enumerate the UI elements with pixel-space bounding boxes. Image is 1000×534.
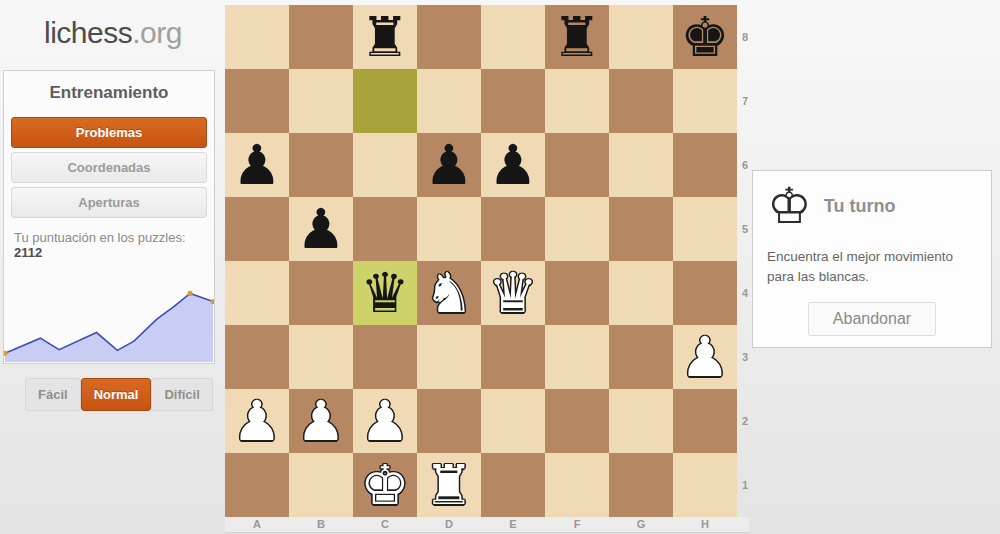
square-a6[interactable]: ♟ — [225, 133, 289, 197]
square-d1[interactable]: ♜ — [417, 453, 481, 517]
square-d7[interactable] — [417, 69, 481, 133]
board-area: ♜♜♚♟♟♟♟♛♞♛♟♟♟♟♚♜ — [225, 5, 737, 517]
square-d3[interactable] — [417, 325, 481, 389]
turn-title: Tu turno — [824, 196, 896, 217]
training-nav: Problemas Coordenadas Aperturas — [11, 117, 207, 218]
black-rook-f8[interactable]: ♜ — [545, 5, 609, 69]
training-panel: Entrenamiento Problemas Coordenadas Aper… — [3, 70, 215, 364]
square-g2[interactable] — [609, 389, 673, 453]
file-labels: A B C D E F G H — [225, 517, 749, 533]
square-g6[interactable] — [609, 133, 673, 197]
square-b2[interactable]: ♟ — [289, 389, 353, 453]
square-g8[interactable] — [609, 5, 673, 69]
abandon-row: Abandonar — [753, 302, 991, 336]
square-b1[interactable] — [289, 453, 353, 517]
square-d4[interactable]: ♞ — [417, 261, 481, 325]
square-d2[interactable] — [417, 389, 481, 453]
rank-label: 6 — [737, 133, 753, 197]
file-label: F — [545, 517, 609, 532]
file-label: B — [289, 517, 353, 532]
difficulty-control: Fácil Normal Difícil — [25, 378, 213, 411]
square-g4[interactable] — [609, 261, 673, 325]
square-h7[interactable] — [673, 69, 737, 133]
rank-label: 2 — [737, 389, 753, 453]
square-b5[interactable]: ♟ — [289, 197, 353, 261]
square-c7[interactable] — [353, 69, 417, 133]
square-c3[interactable] — [353, 325, 417, 389]
white-pawn-a2[interactable]: ♟ — [225, 389, 289, 453]
difficulty-dificil-button[interactable]: Difícil — [151, 378, 212, 411]
file-label: E — [481, 517, 545, 532]
file-label: A — [225, 517, 289, 532]
white-pawn-b2[interactable]: ♟ — [289, 389, 353, 453]
file-label: G — [609, 517, 673, 532]
difficulty-facil-button[interactable]: Fácil — [25, 378, 81, 411]
rank-label: 7 — [737, 69, 753, 133]
rank-label: 4 — [737, 261, 753, 325]
square-e6[interactable]: ♟ — [481, 133, 545, 197]
square-a8[interactable] — [225, 5, 289, 69]
abandon-button[interactable]: Abandonar — [808, 302, 936, 336]
puzzle-score-line: Tu puntuación en los puzzles: 2112 — [14, 230, 214, 260]
square-e3[interactable] — [481, 325, 545, 389]
file-label: C — [353, 517, 417, 532]
logo-brand: lichess — [44, 16, 132, 49]
square-h1[interactable] — [673, 453, 737, 517]
black-pawn-b5[interactable]: ♟ — [289, 197, 353, 261]
square-d8[interactable] — [417, 5, 481, 69]
square-f5[interactable] — [545, 197, 609, 261]
square-e8[interactable] — [481, 5, 545, 69]
rank-labels: 8 7 6 5 4 3 2 1 — [737, 5, 753, 517]
turn-panel: ♔ Tu turno Encuentra el mejor movimiento… — [752, 170, 992, 348]
black-pawn-e6[interactable]: ♟ — [481, 133, 545, 197]
lichess-logo[interactable]: lichess.org — [44, 16, 182, 50]
square-a7[interactable] — [225, 69, 289, 133]
square-g1[interactable] — [609, 453, 673, 517]
square-h8[interactable]: ♚ — [673, 5, 737, 69]
white-rook-d1[interactable]: ♜ — [417, 453, 481, 517]
puzzle-score-value: 2112 — [14, 245, 42, 260]
instruction-text: Encuentra el mejor movimiento para las b… — [767, 247, 979, 288]
square-d5[interactable] — [417, 197, 481, 261]
square-a3[interactable] — [225, 325, 289, 389]
square-f3[interactable] — [545, 325, 609, 389]
chess-board: ♜♜♚♟♟♟♟♛♞♛♟♟♟♟♚♜ — [225, 5, 737, 517]
white-queen-e4[interactable]: ♛ — [481, 261, 545, 325]
square-e7[interactable] — [481, 69, 545, 133]
square-h3[interactable]: ♟ — [673, 325, 737, 389]
file-label: D — [417, 517, 481, 532]
rank-label: 8 — [737, 5, 753, 69]
square-a1[interactable] — [225, 453, 289, 517]
square-b7[interactable] — [289, 69, 353, 133]
black-pawn-d6[interactable]: ♟ — [417, 133, 481, 197]
white-king-c1[interactable]: ♚ — [353, 453, 417, 517]
square-h5[interactable] — [673, 197, 737, 261]
square-b4[interactable] — [289, 261, 353, 325]
black-pawn-a6[interactable]: ♟ — [225, 133, 289, 197]
square-e1[interactable] — [481, 453, 545, 517]
rank-label: 1 — [737, 453, 753, 517]
square-c8[interactable]: ♜ — [353, 5, 417, 69]
training-title: Entrenamiento — [4, 83, 214, 103]
square-g7[interactable] — [609, 69, 673, 133]
square-a4[interactable] — [225, 261, 289, 325]
square-f8[interactable]: ♜ — [545, 5, 609, 69]
difficulty-normal-button[interactable]: Normal — [81, 378, 152, 411]
square-h2[interactable] — [673, 389, 737, 453]
square-f6[interactable] — [545, 133, 609, 197]
square-f2[interactable] — [545, 389, 609, 453]
square-a2[interactable]: ♟ — [225, 389, 289, 453]
square-c6[interactable] — [353, 133, 417, 197]
square-b8[interactable] — [289, 5, 353, 69]
square-a5[interactable] — [225, 197, 289, 261]
black-queen-c4[interactable]: ♛ — [353, 261, 417, 325]
square-e4[interactable]: ♛ — [481, 261, 545, 325]
rank-label: 5 — [737, 197, 753, 261]
square-b6[interactable] — [289, 133, 353, 197]
square-c2[interactable]: ♟ — [353, 389, 417, 453]
square-b3[interactable] — [289, 325, 353, 389]
sidebar-item-aperturas[interactable]: Aperturas — [11, 187, 207, 218]
square-g5[interactable] — [609, 197, 673, 261]
sidebar-item-problemas[interactable]: Problemas — [11, 117, 207, 148]
square-c4[interactable]: ♛ — [353, 261, 417, 325]
black-king-h8[interactable]: ♚ — [673, 5, 737, 69]
square-d6[interactable]: ♟ — [417, 133, 481, 197]
white-king-icon: ♔ — [767, 181, 812, 231]
square-g3[interactable] — [609, 325, 673, 389]
square-h6[interactable] — [673, 133, 737, 197]
file-label: H — [673, 517, 737, 532]
white-pawn-h3[interactable]: ♟ — [673, 325, 737, 389]
square-e5[interactable] — [481, 197, 545, 261]
square-f7[interactable] — [545, 69, 609, 133]
square-e2[interactable] — [481, 389, 545, 453]
square-f1[interactable] — [545, 453, 609, 517]
black-rook-c8[interactable]: ♜ — [353, 5, 417, 69]
puzzle-score-label: Tu puntuación en los puzzles: — [14, 230, 186, 245]
sidebar-item-coordenadas[interactable]: Coordenadas — [11, 152, 207, 183]
white-knight-d4[interactable]: ♞ — [417, 261, 481, 325]
square-c5[interactable] — [353, 197, 417, 261]
rank-label: 3 — [737, 325, 753, 389]
rating-history-chart — [4, 282, 214, 362]
logo-tld: .org — [132, 16, 182, 49]
square-h4[interactable] — [673, 261, 737, 325]
square-f4[interactable] — [545, 261, 609, 325]
white-pawn-c2[interactable]: ♟ — [353, 389, 417, 453]
square-c1[interactable]: ♚ — [353, 453, 417, 517]
turn-header: ♔ Tu turno — [753, 171, 991, 231]
